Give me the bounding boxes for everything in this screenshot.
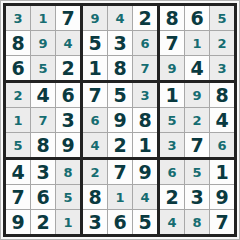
- cell-r9c3[interactable]: 1: [56, 210, 80, 234]
- cell-r5c7[interactable]: 5: [160, 108, 184, 132]
- cell-r6c8[interactable]: 7: [185, 133, 209, 157]
- cell-r9c6[interactable]: 5: [133, 210, 157, 234]
- cell-r6c9[interactable]: 6: [210, 133, 234, 157]
- box-7: 438765921: [6, 160, 80, 234]
- cell-r7c1[interactable]: 4: [6, 160, 30, 184]
- cell-r2c7[interactable]: 7: [160, 31, 184, 55]
- box-6: 198524376: [160, 83, 234, 157]
- cell-r7c6[interactable]: 9: [133, 160, 157, 184]
- cell-r7c4[interactable]: 2: [83, 160, 107, 184]
- cell-r3c9[interactable]: 3: [210, 56, 234, 80]
- cell-r9c8[interactable]: 8: [185, 210, 209, 234]
- cell-r5c9[interactable]: 4: [210, 108, 234, 132]
- cell-r4c4[interactable]: 7: [83, 83, 107, 107]
- sudoku-board: 3178946529425361878657129432461735897536…: [3, 3, 237, 237]
- cell-r2c5[interactable]: 3: [108, 31, 132, 55]
- cell-r6c2[interactable]: 8: [31, 133, 55, 157]
- cell-r1c3[interactable]: 7: [56, 6, 80, 30]
- cell-r7c8[interactable]: 5: [185, 160, 209, 184]
- cell-r6c5[interactable]: 2: [108, 133, 132, 157]
- box-9: 651239487: [160, 160, 234, 234]
- cell-r4c2[interactable]: 4: [31, 83, 55, 107]
- cell-r1c9[interactable]: 5: [210, 6, 234, 30]
- cell-r5c2[interactable]: 7: [31, 108, 55, 132]
- cell-r5c6[interactable]: 8: [133, 108, 157, 132]
- cell-r6c4[interactable]: 4: [83, 133, 107, 157]
- cell-r5c1[interactable]: 1: [6, 108, 30, 132]
- cell-r9c4[interactable]: 3: [83, 210, 107, 234]
- cell-r4c5[interactable]: 5: [108, 83, 132, 107]
- cell-r8c4[interactable]: 8: [83, 185, 107, 209]
- cell-r8c2[interactable]: 6: [31, 185, 55, 209]
- cell-r1c1[interactable]: 3: [6, 6, 30, 30]
- cell-r4c3[interactable]: 6: [56, 83, 80, 107]
- cell-r7c3[interactable]: 8: [56, 160, 80, 184]
- cell-r8c9[interactable]: 9: [210, 185, 234, 209]
- cell-r9c1[interactable]: 9: [6, 210, 30, 234]
- cell-r5c3[interactable]: 3: [56, 108, 80, 132]
- cell-r1c5[interactable]: 4: [108, 6, 132, 30]
- cell-r1c4[interactable]: 9: [83, 6, 107, 30]
- cell-r6c6[interactable]: 1: [133, 133, 157, 157]
- cell-r4c1[interactable]: 2: [6, 83, 30, 107]
- cell-r7c9[interactable]: 1: [210, 160, 234, 184]
- cell-r4c8[interactable]: 9: [185, 83, 209, 107]
- cell-r2c9[interactable]: 2: [210, 31, 234, 55]
- cell-r8c8[interactable]: 3: [185, 185, 209, 209]
- cell-r5c4[interactable]: 6: [83, 108, 107, 132]
- cell-r2c1[interactable]: 8: [6, 31, 30, 55]
- cell-r3c2[interactable]: 5: [31, 56, 55, 80]
- cell-r7c2[interactable]: 3: [31, 160, 55, 184]
- box-2: 942536187: [83, 6, 157, 80]
- cell-r4c7[interactable]: 1: [160, 83, 184, 107]
- box-5: 753698421: [83, 83, 157, 157]
- cell-r4c6[interactable]: 3: [133, 83, 157, 107]
- cell-r6c3[interactable]: 9: [56, 133, 80, 157]
- page-background: 3178946529425361878657129432461735897536…: [0, 0, 240, 240]
- cell-r3c4[interactable]: 1: [83, 56, 107, 80]
- cell-r3c1[interactable]: 6: [6, 56, 30, 80]
- cell-r7c5[interactable]: 7: [108, 160, 132, 184]
- cell-r5c8[interactable]: 2: [185, 108, 209, 132]
- cell-r1c7[interactable]: 8: [160, 6, 184, 30]
- cell-r7c7[interactable]: 6: [160, 160, 184, 184]
- cell-r8c1[interactable]: 7: [6, 185, 30, 209]
- cell-r6c1[interactable]: 5: [6, 133, 30, 157]
- cell-r2c6[interactable]: 6: [133, 31, 157, 55]
- cell-r3c7[interactable]: 9: [160, 56, 184, 80]
- cell-r1c2[interactable]: 1: [31, 6, 55, 30]
- cell-r1c6[interactable]: 2: [133, 6, 157, 30]
- cell-r8c5[interactable]: 1: [108, 185, 132, 209]
- box-8: 279814365: [83, 160, 157, 234]
- cell-r2c4[interactable]: 5: [83, 31, 107, 55]
- cell-r1c8[interactable]: 6: [185, 6, 209, 30]
- cell-r2c8[interactable]: 1: [185, 31, 209, 55]
- box-3: 865712943: [160, 6, 234, 80]
- box-4: 246173589: [6, 83, 80, 157]
- cell-r3c5[interactable]: 8: [108, 56, 132, 80]
- cell-r3c8[interactable]: 4: [185, 56, 209, 80]
- cell-r8c3[interactable]: 5: [56, 185, 80, 209]
- cell-r3c6[interactable]: 7: [133, 56, 157, 80]
- cell-r2c2[interactable]: 9: [31, 31, 55, 55]
- cell-r9c5[interactable]: 6: [108, 210, 132, 234]
- box-1: 317894652: [6, 6, 80, 80]
- cell-r6c7[interactable]: 3: [160, 133, 184, 157]
- cell-r2c3[interactable]: 4: [56, 31, 80, 55]
- cell-r9c2[interactable]: 2: [31, 210, 55, 234]
- cell-r9c7[interactable]: 4: [160, 210, 184, 234]
- cell-r8c6[interactable]: 4: [133, 185, 157, 209]
- cell-r5c5[interactable]: 9: [108, 108, 132, 132]
- cell-r8c7[interactable]: 2: [160, 185, 184, 209]
- cell-r9c9[interactable]: 7: [210, 210, 234, 234]
- cell-r4c9[interactable]: 8: [210, 83, 234, 107]
- cell-r3c3[interactable]: 2: [56, 56, 80, 80]
